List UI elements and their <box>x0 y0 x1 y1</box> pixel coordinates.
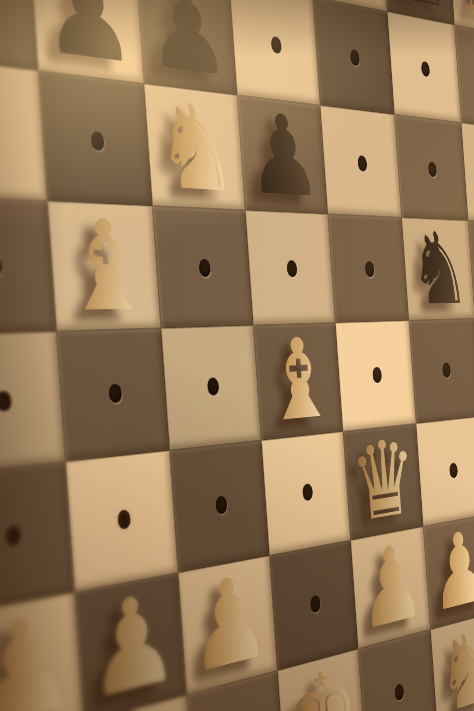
chess-board: ♜♜♜♜♟♟♟♟♞♞♟♟♝♝♞♞♝♝♛♛♟♟♟♟♟♟♟♟♟♟♚♚♞♞ <box>0 0 474 711</box>
square-r7c3-light[interactable]: ♚♚ <box>278 649 366 711</box>
peg-hole <box>357 155 367 172</box>
peg-hole <box>310 594 321 613</box>
peg-hole <box>108 383 122 403</box>
square-r1c4-dark[interactable] <box>313 0 395 115</box>
peg-hole <box>428 161 437 177</box>
square-r3c3-light[interactable] <box>245 210 335 325</box>
peg-hole <box>5 524 21 546</box>
photo-of-wall-chess-board: ♜♜♜♜♟♟♟♟♞♞♟♟♝♝♞♞♝♝♛♛♟♟♟♟♟♟♟♟♟♟♚♚♞♞ <box>0 0 474 711</box>
peg-hole <box>117 509 131 530</box>
square-r7c5-light[interactable]: ♞♞ <box>430 612 474 711</box>
peg-hole <box>270 35 281 53</box>
square-r1c5-light[interactable] <box>387 12 461 123</box>
peg-hole <box>0 256 2 276</box>
light-wood-king[interactable]: ♚ <box>278 649 366 711</box>
peg-hole <box>394 683 404 702</box>
light-wood-bishop[interactable]: ♝ <box>253 323 343 441</box>
square-r4c0-light[interactable] <box>0 331 66 474</box>
peg-hole <box>215 495 227 514</box>
light-wood-knight[interactable]: ♞ <box>430 612 474 711</box>
dark-wood-knight[interactable]: ♞ <box>402 218 474 321</box>
square-r3c1-light[interactable]: ♝♝ <box>47 201 161 331</box>
peg-hole <box>442 362 451 378</box>
square-r4c3-dark[interactable]: ♝♝ <box>253 323 343 441</box>
peg-hole <box>372 366 382 382</box>
light-wood-bishop[interactable]: ♝ <box>47 201 161 331</box>
dark-wood-pawn[interactable]: ♟ <box>237 95 328 214</box>
peg-hole <box>302 483 313 501</box>
peg-hole <box>350 49 360 66</box>
square-r3c5-light[interactable]: ♞♞ <box>402 218 474 321</box>
peg-hole <box>286 260 297 277</box>
peg-hole <box>364 261 374 277</box>
square-r4c4-light[interactable] <box>335 321 416 432</box>
peg-hole <box>0 390 11 411</box>
square-r4c5-dark[interactable] <box>409 319 474 424</box>
peg-hole <box>90 130 104 150</box>
peg-hole <box>207 377 219 396</box>
square-r2c5-dark[interactable] <box>394 115 468 221</box>
peg-hole <box>421 60 430 76</box>
square-r2c3-dark[interactable]: ♟♟ <box>237 95 328 214</box>
peg-hole <box>449 462 458 478</box>
square-r4c1-dark[interactable] <box>57 328 170 462</box>
square-r3c2-dark[interactable] <box>153 206 254 328</box>
peg-hole <box>198 259 210 277</box>
square-r2c4-light[interactable] <box>320 105 401 217</box>
